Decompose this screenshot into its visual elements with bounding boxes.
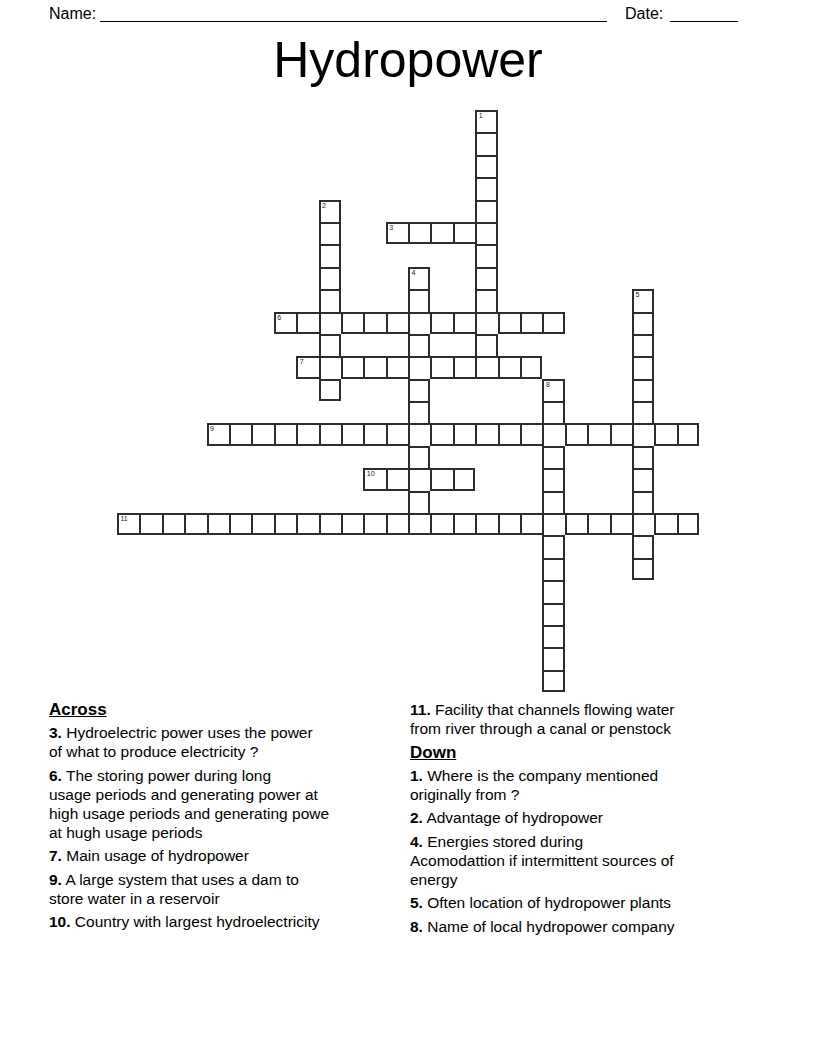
grid-cell[interactable] bbox=[498, 423, 520, 445]
down-header: Down bbox=[410, 743, 755, 762]
grid-cell[interactable] bbox=[408, 423, 430, 445]
grid-cell[interactable] bbox=[520, 356, 542, 378]
crossword-grid: 1234567891011 bbox=[117, 110, 699, 692]
grid-cell[interactable] bbox=[251, 513, 273, 535]
across-header: Across bbox=[49, 700, 413, 719]
clue-item: 4. Energies stored during Acomodattion i… bbox=[410, 832, 755, 889]
grid-cell[interactable] bbox=[632, 401, 654, 423]
grid-cell[interactable] bbox=[363, 423, 385, 445]
grid-cell[interactable] bbox=[542, 513, 564, 535]
grid-cell[interactable] bbox=[542, 603, 564, 625]
clue-number: 6 bbox=[277, 314, 281, 322]
grid-cell[interactable] bbox=[408, 401, 430, 423]
name-label: Name: bbox=[49, 5, 96, 23]
grid-cell[interactable] bbox=[319, 244, 341, 266]
grid-cell[interactable] bbox=[453, 312, 475, 334]
grid-cell[interactable] bbox=[363, 513, 385, 535]
grid-cell[interactable] bbox=[520, 312, 542, 334]
across-clues-overflow: 11. Facility that channels flowing water… bbox=[410, 700, 755, 738]
grid-cell[interactable] bbox=[632, 535, 654, 557]
grid-cell[interactable]: 6 bbox=[274, 312, 296, 334]
clue-number: 8 bbox=[546, 381, 550, 389]
clue-number: 1 bbox=[479, 112, 483, 120]
grid-cell[interactable] bbox=[430, 222, 452, 244]
grid-cell[interactable] bbox=[408, 289, 430, 311]
grid-cell[interactable] bbox=[386, 423, 408, 445]
date-blank-line bbox=[670, 21, 738, 22]
grid-cell[interactable] bbox=[610, 513, 632, 535]
clue-number: 3 bbox=[389, 224, 393, 232]
grid-cell[interactable] bbox=[251, 423, 273, 445]
grid-cell[interactable] bbox=[274, 513, 296, 535]
grid-cell[interactable] bbox=[408, 312, 430, 334]
clues-column-right: 11. Facility that channels flowing water… bbox=[410, 700, 755, 940]
grid-cell[interactable] bbox=[453, 513, 475, 535]
clue-item: 5. Often location of hydropower plants bbox=[410, 893, 755, 912]
grid-cell[interactable] bbox=[475, 423, 497, 445]
grid-cell[interactable] bbox=[319, 312, 341, 334]
grid-cell[interactable] bbox=[296, 312, 318, 334]
grid-cell[interactable] bbox=[632, 312, 654, 334]
grid-cell[interactable] bbox=[632, 356, 654, 378]
grid-cell[interactable] bbox=[341, 356, 363, 378]
clue-number: 9 bbox=[210, 425, 214, 433]
grid-cell[interactable]: 10 bbox=[363, 468, 385, 490]
grid-cell[interactable]: 1 bbox=[475, 110, 497, 132]
grid-cell[interactable] bbox=[475, 513, 497, 535]
grid-cell[interactable] bbox=[453, 423, 475, 445]
clue-number: 7 bbox=[300, 358, 304, 366]
grid-cell[interactable] bbox=[319, 334, 341, 356]
grid-cell[interactable] bbox=[274, 423, 296, 445]
grid-cell[interactable] bbox=[408, 446, 430, 468]
date-label: Date: bbox=[625, 5, 663, 23]
grid-cell[interactable] bbox=[542, 423, 564, 445]
clue-number: 11 bbox=[121, 515, 128, 523]
grid-cell[interactable] bbox=[319, 289, 341, 311]
grid-cell[interactable] bbox=[363, 356, 385, 378]
grid-cell[interactable]: 5 bbox=[632, 289, 654, 311]
grid-cell[interactable] bbox=[632, 558, 654, 580]
grid-cell[interactable] bbox=[475, 177, 497, 199]
grid-cell[interactable] bbox=[632, 423, 654, 445]
grid-cell[interactable] bbox=[632, 468, 654, 490]
grid-cell[interactable] bbox=[296, 423, 318, 445]
grid-cell[interactable] bbox=[498, 513, 520, 535]
clue-item: 2. Advantage of hydropower bbox=[410, 808, 755, 827]
grid-cell[interactable] bbox=[408, 491, 430, 513]
grid-cell[interactable] bbox=[386, 468, 408, 490]
grid-cell[interactable] bbox=[408, 379, 430, 401]
clue-number: 5 bbox=[635, 291, 639, 299]
grid-cell[interactable] bbox=[475, 334, 497, 356]
grid-cell[interactable] bbox=[610, 423, 632, 445]
grid-cell[interactable] bbox=[677, 423, 699, 445]
grid-cell[interactable] bbox=[319, 513, 341, 535]
grid-cell[interactable] bbox=[475, 267, 497, 289]
grid-cell[interactable] bbox=[341, 513, 363, 535]
grid-cell[interactable] bbox=[542, 670, 564, 692]
grid-cell[interactable] bbox=[408, 222, 430, 244]
grid-cell[interactable] bbox=[162, 513, 184, 535]
grid-cell[interactable] bbox=[542, 401, 564, 423]
grid-cell[interactable]: 8 bbox=[542, 379, 564, 401]
grid-cell[interactable] bbox=[520, 423, 542, 445]
grid-cell[interactable]: 9 bbox=[207, 423, 229, 445]
grid-cell[interactable] bbox=[542, 625, 564, 647]
grid-cell[interactable]: 7 bbox=[296, 356, 318, 378]
grid-cell[interactable] bbox=[475, 155, 497, 177]
grid-cell[interactable] bbox=[319, 267, 341, 289]
grid-cell[interactable] bbox=[542, 468, 564, 490]
grid-cell[interactable] bbox=[475, 132, 497, 154]
grid-cell[interactable] bbox=[654, 423, 676, 445]
grid-cell[interactable] bbox=[542, 580, 564, 602]
grid-cell[interactable] bbox=[632, 446, 654, 468]
grid-cell[interactable] bbox=[296, 513, 318, 535]
grid-cell[interactable] bbox=[319, 379, 341, 401]
grid-cell[interactable] bbox=[654, 513, 676, 535]
grid-cell[interactable] bbox=[632, 491, 654, 513]
grid-cell[interactable] bbox=[542, 491, 564, 513]
grid-cell[interactable] bbox=[565, 513, 587, 535]
grid-cell[interactable] bbox=[341, 423, 363, 445]
clue-item: 11. Facility that channels flowing water… bbox=[410, 700, 755, 738]
grid-cell[interactable] bbox=[475, 222, 497, 244]
grid-cell[interactable] bbox=[408, 334, 430, 356]
grid-cell[interactable] bbox=[475, 289, 497, 311]
grid-cell[interactable] bbox=[341, 312, 363, 334]
grid-cell[interactable] bbox=[408, 356, 430, 378]
grid-cell[interactable] bbox=[475, 200, 497, 222]
grid-cell[interactable] bbox=[386, 312, 408, 334]
clue-number: 2 bbox=[322, 202, 326, 210]
grid-cell[interactable] bbox=[430, 312, 452, 334]
grid-cell[interactable]: 11 bbox=[117, 513, 139, 535]
grid-cell[interactable] bbox=[632, 379, 654, 401]
clue-item: 10. Country with largest hydroelectricit… bbox=[49, 912, 413, 931]
grid-cell[interactable] bbox=[139, 513, 161, 535]
grid-cell[interactable] bbox=[542, 647, 564, 669]
grid-cell[interactable] bbox=[453, 468, 475, 490]
grid-cell[interactable] bbox=[408, 513, 430, 535]
puzzle-title: Hydropower bbox=[0, 33, 816, 88]
clue-item: 1. Where is the company mentioned origin… bbox=[410, 766, 755, 804]
grid-cell[interactable] bbox=[542, 446, 564, 468]
grid-cell[interactable]: 3 bbox=[386, 222, 408, 244]
grid-cell[interactable] bbox=[430, 356, 452, 378]
grid-cell[interactable] bbox=[319, 222, 341, 244]
grid-cell[interactable] bbox=[542, 312, 564, 334]
grid-cell[interactable] bbox=[229, 423, 251, 445]
grid-cell[interactable] bbox=[363, 312, 385, 334]
grid-cell[interactable] bbox=[542, 535, 564, 557]
grid-cell[interactable] bbox=[565, 423, 587, 445]
grid-cell[interactable] bbox=[386, 513, 408, 535]
grid-cell[interactable]: 2 bbox=[319, 200, 341, 222]
grid-cell[interactable] bbox=[475, 312, 497, 334]
grid-cell[interactable]: 4 bbox=[408, 267, 430, 289]
grid-cell[interactable] bbox=[229, 513, 251, 535]
clue-item: 9. A large system that uses a dam to sto… bbox=[49, 870, 413, 908]
grid-cell[interactable] bbox=[430, 423, 452, 445]
clue-number: 10 bbox=[367, 470, 375, 478]
clue-item: 6. The storing power during long usage p… bbox=[49, 766, 413, 842]
crossword-worksheet: Name: Date: Hydropower 1234567891011 Acr… bbox=[0, 0, 816, 1056]
clue-item: 8. Name of local hydropower company bbox=[410, 917, 755, 936]
grid-cell[interactable] bbox=[430, 513, 452, 535]
grid-cell[interactable] bbox=[475, 356, 497, 378]
grid-cell[interactable] bbox=[632, 513, 654, 535]
grid-cell[interactable] bbox=[386, 356, 408, 378]
across-clues-list: 3. Hydroelectric power uses the power of… bbox=[49, 723, 413, 931]
grid-cell[interactable] bbox=[587, 513, 609, 535]
clue-number: 4 bbox=[412, 269, 416, 277]
grid-cell[interactable] bbox=[453, 222, 475, 244]
grid-cell[interactable] bbox=[498, 312, 520, 334]
grid-cell[interactable] bbox=[520, 513, 542, 535]
grid-cell[interactable] bbox=[498, 356, 520, 378]
grid-cell[interactable] bbox=[207, 513, 229, 535]
name-blank-line bbox=[100, 21, 607, 22]
clues-column-left: Across 3. Hydroelectric power uses the p… bbox=[49, 700, 413, 936]
grid-cell[interactable] bbox=[475, 244, 497, 266]
grid-cell[interactable] bbox=[184, 513, 206, 535]
grid-cell[interactable] bbox=[587, 423, 609, 445]
grid-cell[interactable] bbox=[453, 356, 475, 378]
grid-cell[interactable] bbox=[319, 423, 341, 445]
grid-cell[interactable] bbox=[632, 334, 654, 356]
clue-item: 3. Hydroelectric power uses the power of… bbox=[49, 723, 413, 761]
clue-item: 7. Main usage of hydropower bbox=[49, 846, 413, 865]
down-clues-list: 1. Where is the company mentioned origin… bbox=[410, 766, 755, 936]
grid-cell[interactable] bbox=[677, 513, 699, 535]
grid-cell[interactable] bbox=[430, 468, 452, 490]
grid-cell[interactable] bbox=[542, 558, 564, 580]
grid-cell[interactable] bbox=[319, 356, 341, 378]
grid-cell[interactable] bbox=[408, 468, 430, 490]
